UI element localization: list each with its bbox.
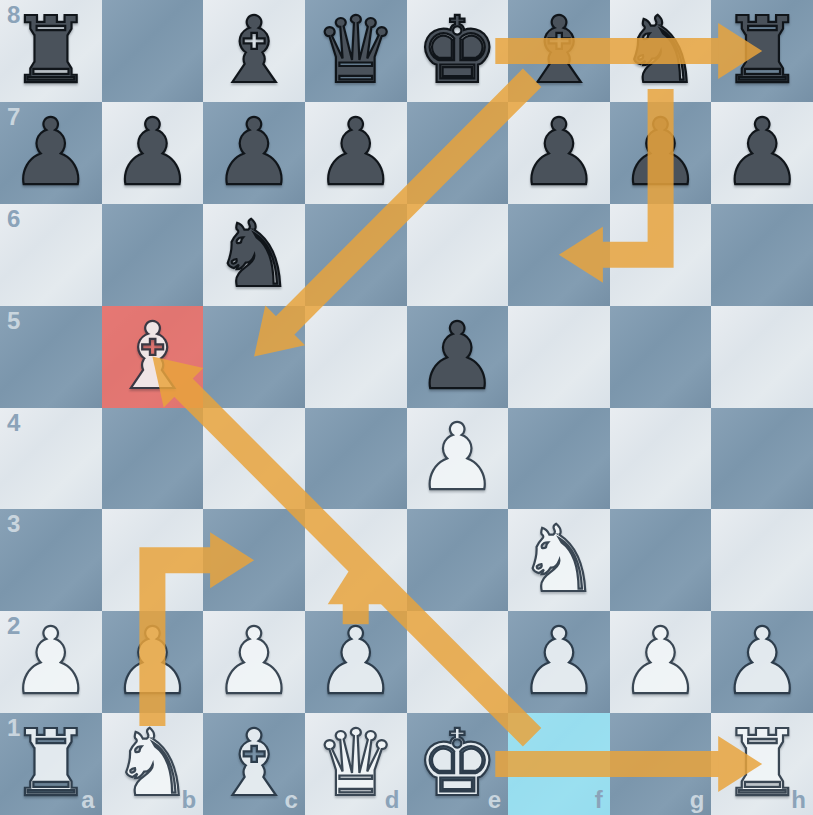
piece-white-knight-f3[interactable]: ♞ bbox=[518, 514, 600, 606]
square-c5[interactable] bbox=[203, 306, 305, 408]
square-h2[interactable]: ♟ bbox=[711, 611, 813, 713]
piece-white-rook-a1[interactable]: ♜ bbox=[10, 718, 92, 810]
piece-white-pawn-a2[interactable]: ♟ bbox=[10, 616, 92, 708]
square-c2[interactable]: ♟ bbox=[203, 611, 305, 713]
square-b8[interactable] bbox=[102, 0, 204, 102]
square-a6[interactable]: 6 bbox=[0, 204, 102, 306]
piece-white-king-e1[interactable]: ♚ bbox=[416, 718, 498, 810]
square-e4[interactable]: ♟ bbox=[407, 408, 509, 510]
square-f1[interactable]: f bbox=[508, 713, 610, 815]
square-e3[interactable] bbox=[407, 509, 509, 611]
piece-white-pawn-b2[interactable]: ♟ bbox=[111, 616, 193, 708]
square-d8[interactable]: ♛ bbox=[305, 0, 407, 102]
rank-label-6: 6 bbox=[7, 207, 20, 231]
piece-black-pawn-e5[interactable]: ♟ bbox=[416, 311, 498, 403]
square-d4[interactable] bbox=[305, 408, 407, 510]
square-c6[interactable]: ♞ bbox=[203, 204, 305, 306]
piece-black-pawn-h7[interactable]: ♟ bbox=[721, 107, 803, 199]
rank-label-7: 7 bbox=[7, 105, 20, 129]
square-b1[interactable]: ♞b bbox=[102, 713, 204, 815]
rank-label-5: 5 bbox=[7, 309, 20, 333]
square-b4[interactable] bbox=[102, 408, 204, 510]
piece-black-pawn-g7[interactable]: ♟ bbox=[619, 107, 701, 199]
piece-black-knight-c6[interactable]: ♞ bbox=[213, 209, 295, 301]
square-f8[interactable]: ♝ bbox=[508, 0, 610, 102]
square-c3[interactable] bbox=[203, 509, 305, 611]
square-g3[interactable] bbox=[610, 509, 712, 611]
square-e7[interactable] bbox=[407, 102, 509, 204]
square-e5[interactable]: ♟ bbox=[407, 306, 509, 408]
square-f3[interactable]: ♞ bbox=[508, 509, 610, 611]
chess-board: ♜8♝♛♚♝♞♜♟7♟♟♟♟♟♟6♞5♝♟4♟3♞♟2♟♟♟♟♟♟♜1a♞b♝c… bbox=[0, 0, 813, 815]
square-e1[interactable]: ♚e bbox=[407, 713, 509, 815]
rank-label-8: 8 bbox=[7, 3, 20, 27]
file-label-g: g bbox=[690, 788, 705, 812]
square-b6[interactable] bbox=[102, 204, 204, 306]
square-g8[interactable]: ♞ bbox=[610, 0, 712, 102]
square-h3[interactable] bbox=[711, 509, 813, 611]
piece-white-bishop-c1[interactable]: ♝ bbox=[213, 718, 295, 810]
square-h5[interactable] bbox=[711, 306, 813, 408]
square-a7[interactable]: ♟7 bbox=[0, 102, 102, 204]
square-a3[interactable]: 3 bbox=[0, 509, 102, 611]
square-g2[interactable]: ♟ bbox=[610, 611, 712, 713]
square-h6[interactable] bbox=[711, 204, 813, 306]
chess-app: ♜8♝♛♚♝♞♜♟7♟♟♟♟♟♟6♞5♝♟4♟3♞♟2♟♟♟♟♟♟♜1a♞b♝c… bbox=[0, 0, 813, 815]
piece-black-knight-g8[interactable]: ♞ bbox=[619, 5, 701, 97]
rank-label-2: 2 bbox=[7, 614, 20, 638]
square-d7[interactable]: ♟ bbox=[305, 102, 407, 204]
piece-white-pawn-f2[interactable]: ♟ bbox=[518, 616, 600, 708]
file-label-a: a bbox=[81, 788, 94, 812]
square-c4[interactable] bbox=[203, 408, 305, 510]
square-b2[interactable]: ♟ bbox=[102, 611, 204, 713]
square-b3[interactable] bbox=[102, 509, 204, 611]
square-a8[interactable]: ♜8 bbox=[0, 0, 102, 102]
square-d1[interactable]: ♛d bbox=[305, 713, 407, 815]
square-a4[interactable]: 4 bbox=[0, 408, 102, 510]
square-f2[interactable]: ♟ bbox=[508, 611, 610, 713]
piece-black-pawn-d7[interactable]: ♟ bbox=[314, 107, 396, 199]
square-b5[interactable]: ♝ bbox=[102, 306, 204, 408]
square-f4[interactable] bbox=[508, 408, 610, 510]
piece-black-rook-a8[interactable]: ♜ bbox=[10, 5, 92, 97]
piece-white-pawn-e4[interactable]: ♟ bbox=[416, 412, 498, 504]
square-d2[interactable]: ♟ bbox=[305, 611, 407, 713]
square-e6[interactable] bbox=[407, 204, 509, 306]
square-g1[interactable]: g bbox=[610, 713, 712, 815]
square-a5[interactable]: 5 bbox=[0, 306, 102, 408]
square-f7[interactable]: ♟ bbox=[508, 102, 610, 204]
square-d5[interactable] bbox=[305, 306, 407, 408]
piece-black-rook-h8[interactable]: ♜ bbox=[721, 5, 803, 97]
square-f6[interactable] bbox=[508, 204, 610, 306]
square-h8[interactable]: ♜ bbox=[711, 0, 813, 102]
file-label-b: b bbox=[182, 788, 197, 812]
square-g4[interactable] bbox=[610, 408, 712, 510]
square-h7[interactable]: ♟ bbox=[711, 102, 813, 204]
rank-label-1: 1 bbox=[7, 716, 20, 740]
piece-white-pawn-c2[interactable]: ♟ bbox=[213, 616, 295, 708]
square-c8[interactable]: ♝ bbox=[203, 0, 305, 102]
square-a2[interactable]: ♟2 bbox=[0, 611, 102, 713]
square-e2[interactable] bbox=[407, 611, 509, 713]
file-label-d: d bbox=[385, 788, 400, 812]
piece-white-pawn-d2[interactable]: ♟ bbox=[314, 616, 396, 708]
square-g5[interactable] bbox=[610, 306, 712, 408]
file-label-f: f bbox=[595, 788, 603, 812]
square-h4[interactable] bbox=[711, 408, 813, 510]
piece-black-pawn-c7[interactable]: ♟ bbox=[213, 107, 295, 199]
square-d3[interactable] bbox=[305, 509, 407, 611]
piece-white-bishop-b5[interactable]: ♝ bbox=[111, 311, 193, 403]
rank-label-3: 3 bbox=[7, 512, 20, 536]
piece-black-king-e8[interactable]: ♚ bbox=[416, 5, 498, 97]
piece-black-bishop-c8[interactable]: ♝ bbox=[213, 5, 295, 97]
file-label-h: h bbox=[791, 788, 806, 812]
piece-white-pawn-g2[interactable]: ♟ bbox=[619, 616, 701, 708]
piece-white-pawn-h2[interactable]: ♟ bbox=[721, 616, 803, 708]
square-b7[interactable]: ♟ bbox=[102, 102, 204, 204]
square-g7[interactable]: ♟ bbox=[610, 102, 712, 204]
piece-black-queen-d8[interactable]: ♛ bbox=[314, 5, 396, 97]
square-e8[interactable]: ♚ bbox=[407, 0, 509, 102]
file-label-c: c bbox=[285, 788, 298, 812]
square-h1[interactable]: ♜h bbox=[711, 713, 813, 815]
rank-label-4: 4 bbox=[7, 411, 20, 435]
piece-black-pawn-b7[interactable]: ♟ bbox=[111, 107, 193, 199]
square-a1[interactable]: ♜1a bbox=[0, 713, 102, 815]
square-c1[interactable]: ♝c bbox=[203, 713, 305, 815]
square-d6[interactable] bbox=[305, 204, 407, 306]
file-label-e: e bbox=[488, 788, 501, 812]
piece-black-pawn-f7[interactable]: ♟ bbox=[518, 107, 600, 199]
square-g6[interactable] bbox=[610, 204, 712, 306]
piece-black-pawn-a7[interactable]: ♟ bbox=[10, 107, 92, 199]
square-c7[interactable]: ♟ bbox=[203, 102, 305, 204]
piece-black-bishop-f8[interactable]: ♝ bbox=[518, 5, 600, 97]
square-f5[interactable] bbox=[508, 306, 610, 408]
